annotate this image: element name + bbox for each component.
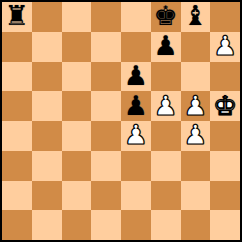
square-h8[interactable] [210,2,240,32]
square-a6[interactable] [2,62,32,92]
square-b5[interactable] [32,91,62,121]
square-a7[interactable] [2,32,32,62]
square-a3[interactable] [2,151,32,181]
black-pawn-icon[interactable]: ♟ [124,92,148,119]
square-e8[interactable] [121,2,151,32]
square-e7[interactable] [121,32,151,62]
chessboard: ♜♚♝♟♟♟♟♟♟♚♟♟ [0,0,242,242]
square-e1[interactable] [121,210,151,240]
square-g7[interactable] [181,32,211,62]
square-c1[interactable] [62,210,92,240]
square-g2[interactable] [181,181,211,211]
square-f5[interactable]: ♟ [151,91,181,121]
square-h5[interactable]: ♚ [210,91,240,121]
white-pawn-icon[interactable]: ♟ [124,121,148,148]
square-b2[interactable] [32,181,62,211]
square-c2[interactable] [62,181,92,211]
square-h4[interactable] [210,121,240,151]
square-a4[interactable] [2,121,32,151]
square-e6[interactable]: ♟ [121,62,151,92]
square-d8[interactable] [91,2,121,32]
square-b6[interactable] [32,62,62,92]
square-b8[interactable] [32,2,62,32]
square-g4[interactable]: ♟ [181,121,211,151]
square-e4[interactable]: ♟ [121,121,151,151]
square-f3[interactable] [151,151,181,181]
white-king-icon[interactable]: ♚ [213,92,237,119]
square-c6[interactable] [62,62,92,92]
square-a8[interactable]: ♜ [2,2,32,32]
square-b7[interactable] [32,32,62,62]
square-d5[interactable] [91,91,121,121]
square-f4[interactable] [151,121,181,151]
black-king-icon[interactable]: ♚ [154,2,178,29]
square-b1[interactable] [32,210,62,240]
square-f8[interactable]: ♚ [151,2,181,32]
square-c5[interactable] [62,91,92,121]
white-pawn-icon[interactable]: ♟ [183,92,207,119]
square-h6[interactable] [210,62,240,92]
square-a5[interactable] [2,91,32,121]
square-d7[interactable] [91,32,121,62]
square-c7[interactable] [62,32,92,62]
square-h1[interactable] [210,210,240,240]
square-h7[interactable]: ♟ [210,32,240,62]
black-rook-icon[interactable]: ♜ [5,2,29,29]
square-d4[interactable] [91,121,121,151]
square-d6[interactable] [91,62,121,92]
square-f6[interactable] [151,62,181,92]
square-d3[interactable] [91,151,121,181]
white-pawn-icon[interactable]: ♟ [154,92,178,119]
square-f7[interactable]: ♟ [151,32,181,62]
square-h2[interactable] [210,181,240,211]
square-f2[interactable] [151,181,181,211]
square-g6[interactable] [181,62,211,92]
square-g3[interactable] [181,151,211,181]
square-g1[interactable] [181,210,211,240]
square-f1[interactable] [151,210,181,240]
square-a1[interactable] [2,210,32,240]
square-g8[interactable]: ♝ [181,2,211,32]
square-a2[interactable] [2,181,32,211]
square-b4[interactable] [32,121,62,151]
square-e5[interactable]: ♟ [121,91,151,121]
black-pawn-icon[interactable]: ♟ [154,32,178,59]
square-g5[interactable]: ♟ [181,91,211,121]
white-pawn-icon[interactable]: ♟ [213,32,237,59]
square-c3[interactable] [62,151,92,181]
square-d2[interactable] [91,181,121,211]
square-c8[interactable] [62,2,92,32]
square-c4[interactable] [62,121,92,151]
square-h3[interactable] [210,151,240,181]
square-e3[interactable] [121,151,151,181]
black-pawn-icon[interactable]: ♟ [124,62,148,89]
square-d1[interactable] [91,210,121,240]
square-e2[interactable] [121,181,151,211]
black-bishop-icon[interactable]: ♝ [183,2,207,29]
white-pawn-icon[interactable]: ♟ [183,121,207,148]
square-b3[interactable] [32,151,62,181]
